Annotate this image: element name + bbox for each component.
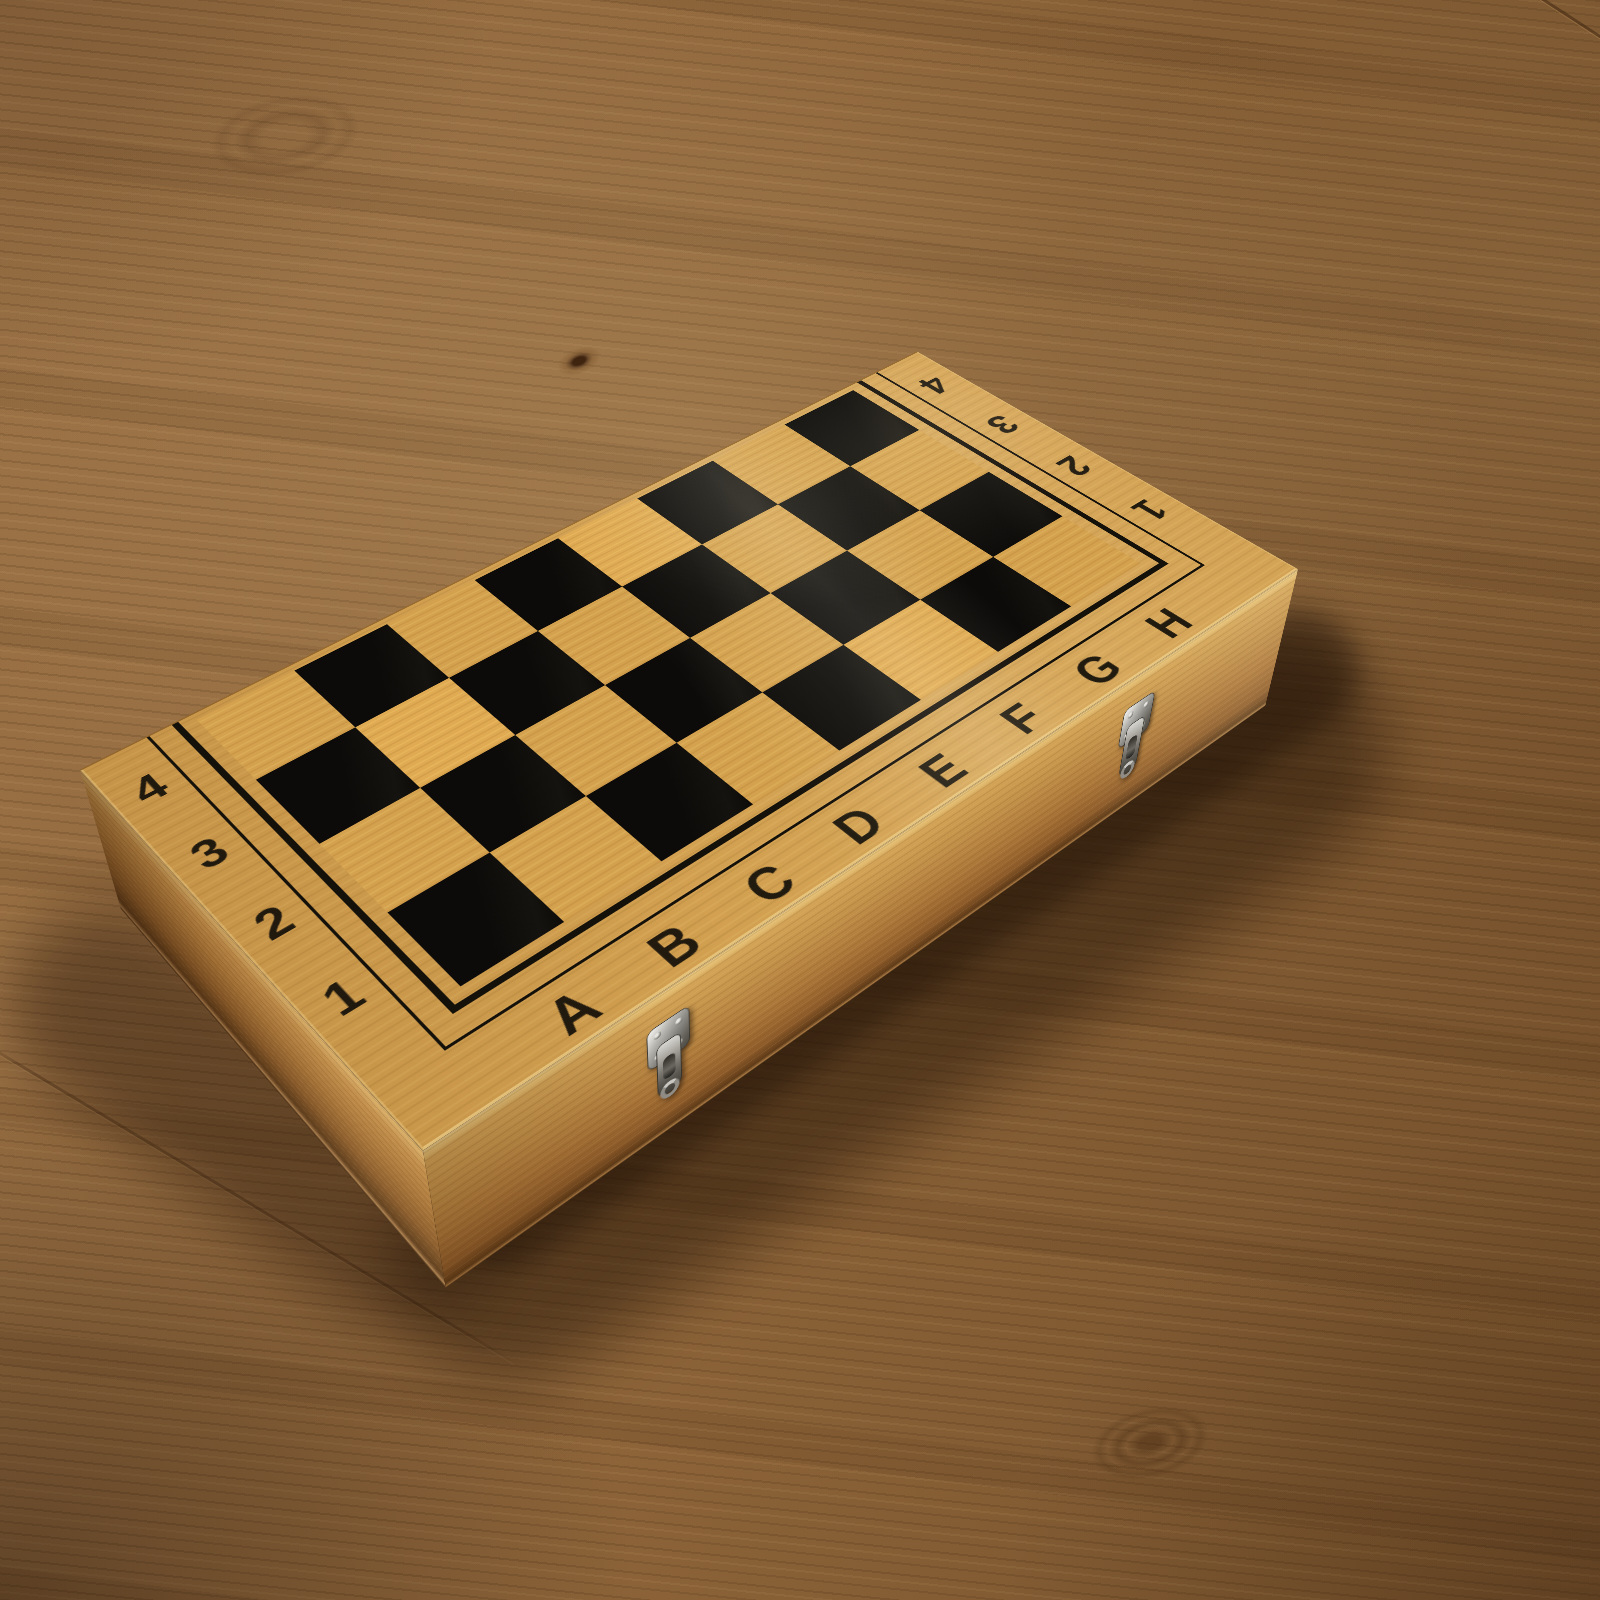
clasp-screw bbox=[1143, 700, 1149, 709]
square-a2 bbox=[319, 788, 489, 913]
clasp-latch-1 bbox=[644, 1002, 692, 1118]
rank-label-right-2: 2 bbox=[1049, 452, 1099, 481]
scene: ABCDEFGH 4321 4321 bbox=[0, 0, 1600, 1600]
square-b1 bbox=[490, 796, 662, 922]
clasp-screw bbox=[675, 1016, 682, 1027]
clasp-latch-2 bbox=[1109, 688, 1157, 794]
rank-label-right-1: 1 bbox=[1124, 495, 1176, 526]
file-label-h: H bbox=[1135, 602, 1201, 644]
rank-label-left-4: 4 bbox=[123, 768, 176, 810]
rank-label-right-3: 3 bbox=[978, 411, 1026, 438]
wood-knot bbox=[1083, 1395, 1216, 1492]
square-a1 bbox=[387, 853, 564, 987]
square-c2 bbox=[515, 685, 676, 796]
square-b2 bbox=[420, 735, 586, 853]
rank-label-left-3: 3 bbox=[182, 831, 237, 876]
rank-label-right-4: 4 bbox=[911, 372, 957, 398]
file-label-e: E bbox=[909, 747, 977, 795]
wood-knot bbox=[204, 84, 366, 189]
rank-label-left-2: 2 bbox=[245, 899, 303, 947]
rank-label-left-1: 1 bbox=[313, 971, 374, 1023]
plank-seam bbox=[1180, 0, 1600, 180]
clasp-screw bbox=[654, 1030, 661, 1041]
file-label-f: F bbox=[990, 697, 1054, 741]
square-b3 bbox=[355, 678, 515, 788]
square-a3 bbox=[256, 727, 420, 843]
wood-knot bbox=[553, 340, 605, 381]
square-c1 bbox=[586, 743, 753, 862]
square-d1 bbox=[677, 692, 840, 804]
clasp-screw bbox=[1128, 710, 1134, 719]
